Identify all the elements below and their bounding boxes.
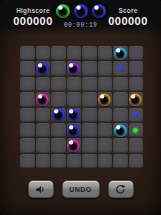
board-cell[interactable] — [129, 154, 144, 168]
ball-orange[interactable] — [129, 93, 142, 106]
board-cell[interactable] — [113, 46, 128, 60]
next-ball-green — [56, 4, 70, 18]
undo-button[interactable]: UNDO — [62, 180, 100, 198]
board-cell[interactable] — [67, 61, 82, 75]
board-cell[interactable] — [129, 138, 144, 152]
board-cell[interactable] — [67, 123, 82, 137]
board-cell[interactable] — [129, 108, 144, 122]
timer: 00:00:19 — [64, 22, 98, 29]
board-cell[interactable] — [20, 61, 35, 75]
board-cell[interactable] — [82, 77, 97, 91]
preview-dot-blue — [118, 66, 123, 71]
board-cell[interactable] — [113, 138, 128, 152]
board-cell[interactable] — [98, 108, 113, 122]
ball-orange[interactable] — [98, 93, 111, 106]
board-cell[interactable] — [36, 77, 51, 91]
board-cell[interactable] — [51, 123, 66, 137]
board-cell[interactable] — [67, 92, 82, 106]
board-cell[interactable] — [20, 77, 35, 91]
board-cell[interactable] — [113, 123, 128, 137]
sound-button[interactable] — [28, 180, 54, 198]
ball-blue[interactable] — [67, 108, 80, 121]
board-cell[interactable] — [36, 61, 51, 75]
board-cell[interactable] — [129, 46, 144, 60]
board-cell[interactable] — [82, 61, 97, 75]
ball-blue[interactable] — [36, 62, 49, 75]
board-cell[interactable] — [113, 61, 128, 75]
preview-dot-blue — [133, 112, 138, 117]
board-cell[interactable] — [82, 46, 97, 60]
board-cell[interactable] — [67, 154, 82, 168]
board-cell[interactable] — [98, 61, 113, 75]
board-cell[interactable] — [129, 77, 144, 91]
restart-button[interactable] — [108, 180, 134, 198]
board-cell[interactable] — [67, 108, 82, 122]
board-cell[interactable] — [36, 138, 51, 152]
board-cell[interactable] — [20, 123, 35, 137]
board-cell[interactable] — [67, 138, 82, 152]
speaker-icon — [35, 184, 46, 195]
board-cell[interactable] — [51, 154, 66, 168]
restart-icon — [115, 184, 126, 195]
board-cell[interactable] — [51, 108, 66, 122]
board-cell[interactable] — [20, 154, 35, 168]
board-cell[interactable] — [82, 92, 97, 106]
board-cell[interactable] — [20, 92, 35, 106]
board-cell[interactable] — [36, 46, 51, 60]
board-cell[interactable] — [36, 92, 51, 106]
game-screen: Highscore 000000 00:00:19 Score 000000 U… — [0, 0, 161, 215]
board-cell[interactable] — [51, 46, 66, 60]
board-cell[interactable] — [51, 77, 66, 91]
ball-cyan[interactable] — [114, 47, 127, 60]
toolbar: UNDO — [0, 180, 161, 198]
board-cell[interactable] — [98, 138, 113, 152]
score-value: 000000 — [99, 15, 157, 27]
board-cell[interactable] — [113, 77, 128, 91]
ball-purple[interactable] — [67, 62, 80, 75]
board-cell[interactable] — [113, 108, 128, 122]
board-cell[interactable] — [82, 108, 97, 122]
board-cell[interactable] — [20, 108, 35, 122]
board-cell[interactable] — [20, 138, 35, 152]
header-bar: Highscore 000000 00:00:19 Score 000000 — [0, 0, 161, 36]
board-cell[interactable] — [129, 123, 144, 137]
board-cell[interactable] — [67, 77, 82, 91]
score-label: Score — [99, 7, 157, 14]
board-cell[interactable] — [113, 154, 128, 168]
game-board — [20, 46, 143, 168]
board-cell[interactable] — [82, 123, 97, 137]
ball-blue[interactable] — [67, 124, 80, 137]
board-cell[interactable] — [67, 46, 82, 60]
next-ball-blue — [74, 4, 88, 18]
board-cell[interactable] — [51, 61, 66, 75]
board-cell[interactable] — [98, 77, 113, 91]
board-cell[interactable] — [51, 92, 66, 106]
board-cell[interactable] — [36, 108, 51, 122]
board-cell[interactable] — [98, 92, 113, 106]
preview-dot-green — [133, 128, 138, 133]
board-cell[interactable] — [36, 154, 51, 168]
board-cell[interactable] — [82, 138, 97, 152]
ball-cyan[interactable] — [114, 124, 127, 137]
board-cell[interactable] — [98, 46, 113, 60]
board-cell[interactable] — [36, 123, 51, 137]
board-cell[interactable] — [82, 154, 97, 168]
board-cell[interactable] — [98, 154, 113, 168]
board-cell[interactable] — [129, 92, 144, 106]
board-cell[interactable] — [129, 61, 144, 75]
score-box: Score 000000 — [99, 7, 157, 27]
board-cell[interactable] — [51, 138, 66, 152]
board-cell[interactable] — [98, 123, 113, 137]
ball-magenta[interactable] — [67, 139, 80, 152]
board-cell[interactable] — [20, 46, 35, 60]
ball-magenta[interactable] — [36, 93, 49, 106]
board-cell[interactable] — [113, 92, 128, 106]
ball-blue[interactable] — [52, 108, 65, 121]
